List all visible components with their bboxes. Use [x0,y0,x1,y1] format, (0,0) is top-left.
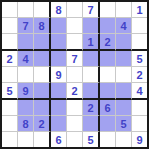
cell-r7c2[interactable] [18,100,34,116]
cell-r9c6[interactable]: 5 [83,132,100,147]
cell-r2c5[interactable] [67,18,83,34]
cell-r1c4[interactable]: 8 [51,2,67,18]
cell-r2c3[interactable]: 8 [34,18,51,34]
cell-r1c6[interactable]: 7 [83,2,100,18]
cell-r8c7[interactable] [100,116,116,132]
cell-r5c2[interactable] [18,67,34,83]
cell-r3c8[interactable] [116,34,132,51]
cell-r4c3[interactable] [34,51,51,67]
cell-r7c6[interactable]: 2 [83,100,100,116]
cell-r9c2[interactable] [18,132,34,147]
cell-r5c7[interactable] [100,67,116,83]
cell-r4c8[interactable] [116,51,132,67]
cell-r7c8[interactable] [116,100,132,116]
cell-r5c9[interactable]: 2 [132,67,147,83]
cell-r6c2[interactable]: 9 [18,83,34,100]
cell-r8c9[interactable] [132,116,147,132]
cell-r2c4[interactable] [51,18,67,34]
cell-r5c4[interactable]: 9 [51,67,67,83]
cell-r2c6[interactable] [83,18,100,34]
cell-r2c9[interactable] [132,18,147,34]
cell-r9c3[interactable] [34,132,51,147]
cell-r3c5[interactable] [67,34,83,51]
cell-r7c7[interactable]: 6 [100,100,116,116]
sudoku-board: 87178412247592592426825659 [0,0,149,149]
cell-r7c9[interactable] [132,100,147,116]
cell-r4c5[interactable]: 7 [67,51,83,67]
cell-r8c2[interactable]: 8 [18,116,34,132]
cell-r5c5[interactable] [67,67,83,83]
cell-r4c7[interactable] [100,51,116,67]
cell-r3c4[interactable] [51,34,67,51]
cell-r2c1[interactable] [2,18,18,34]
cell-r6c1[interactable]: 5 [2,83,18,100]
cell-r5c8[interactable] [116,67,132,83]
cell-r8c4[interactable] [51,116,67,132]
cell-r3c7[interactable]: 2 [100,34,116,51]
cell-r2c2[interactable]: 7 [18,18,34,34]
cell-r3c3[interactable] [34,34,51,51]
cell-r9c5[interactable] [67,132,83,147]
cell-r6c6[interactable] [83,83,100,100]
cell-r8c5[interactable] [67,116,83,132]
cell-r1c9[interactable]: 1 [132,2,147,18]
cell-r4c1[interactable]: 2 [2,51,18,67]
cell-r3c6[interactable]: 1 [83,34,100,51]
cell-r6c5[interactable]: 2 [67,83,83,100]
cell-r3c1[interactable] [2,34,18,51]
cell-r6c9[interactable]: 4 [132,83,147,100]
cell-r1c5[interactable] [67,2,83,18]
cell-r7c4[interactable] [51,100,67,116]
cell-r9c4[interactable]: 6 [51,132,67,147]
cell-r6c7[interactable] [100,83,116,100]
cell-r9c1[interactable] [2,132,18,147]
cell-r3c2[interactable] [18,34,34,51]
cell-r9c8[interactable] [116,132,132,147]
cell-r2c8[interactable]: 4 [116,18,132,34]
cell-r3c9[interactable] [132,34,147,51]
cell-r9c9[interactable]: 9 [132,132,147,147]
cell-r6c8[interactable] [116,83,132,100]
cell-r1c1[interactable] [2,2,18,18]
cell-r1c7[interactable] [100,2,116,18]
cell-r8c6[interactable] [83,116,100,132]
cell-r1c8[interactable] [116,2,132,18]
cell-r1c2[interactable] [18,2,34,18]
cell-r2c7[interactable] [100,18,116,34]
cell-r4c6[interactable] [83,51,100,67]
cell-r5c1[interactable] [2,67,18,83]
cell-r8c1[interactable] [2,116,18,132]
cell-r5c6[interactable] [83,67,100,83]
cell-r6c3[interactable] [34,83,51,100]
cell-r8c3[interactable]: 2 [34,116,51,132]
cell-r8c8[interactable]: 5 [116,116,132,132]
cell-r6c4[interactable] [51,83,67,100]
cell-r4c4[interactable] [51,51,67,67]
cell-r4c9[interactable]: 5 [132,51,147,67]
cell-r7c3[interactable] [34,100,51,116]
cell-r5c3[interactable] [34,67,51,83]
cell-r1c3[interactable] [34,2,51,18]
cell-r9c7[interactable] [100,132,116,147]
cell-r4c2[interactable]: 4 [18,51,34,67]
cell-r7c5[interactable] [67,100,83,116]
cell-r7c1[interactable] [2,100,18,116]
